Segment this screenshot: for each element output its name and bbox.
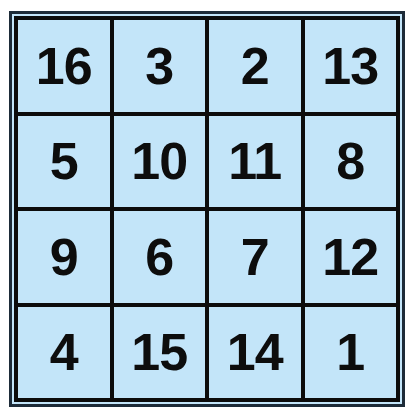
cell-value: 11 [228,135,281,187]
cell-r3c1: 9 [18,211,110,303]
cell-r1c3: 2 [209,20,301,112]
cell-r2c4: 8 [305,116,397,208]
cell-r2c2: 10 [114,116,206,208]
cell-value: 3 [145,40,173,92]
cell-r4c1: 4 [18,307,110,399]
cell-value: 4 [50,326,78,378]
cell-r1c4: 13 [305,20,397,112]
cell-r3c2: 6 [114,211,206,303]
cell-r2c3: 11 [209,116,301,208]
cell-r3c4: 12 [305,211,397,303]
cell-value: 10 [131,135,187,187]
cell-value: 2 [241,40,269,92]
cell-r1c1: 16 [18,20,110,112]
cell-value: 6 [145,231,173,283]
cell-value: 8 [336,135,364,187]
cell-value: 1 [336,326,364,378]
cell-r4c4: 1 [305,307,397,399]
cell-value: 13 [322,40,378,92]
cell-r3c3: 7 [209,211,301,303]
cell-value: 14 [227,326,283,378]
cell-value: 9 [50,231,78,283]
cell-value: 12 [322,231,378,283]
cell-value: 7 [241,231,269,283]
magic-square-grid: 16 3 2 13 5 10 11 8 9 6 7 12 4 15 14 1 [14,16,400,402]
cell-value: 16 [36,40,92,92]
magic-square-board: 16 3 2 13 5 10 11 8 9 6 7 12 4 15 14 1 [9,11,405,407]
cell-r1c2: 3 [114,20,206,112]
cell-value: 5 [50,135,78,187]
cell-r2c1: 5 [18,116,110,208]
cell-r4c3: 14 [209,307,301,399]
cell-value: 15 [131,326,187,378]
cell-r4c2: 15 [114,307,206,399]
